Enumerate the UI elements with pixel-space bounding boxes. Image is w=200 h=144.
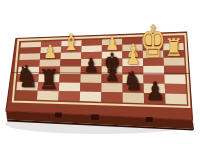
piece-black-pawn: ♟: [145, 79, 164, 105]
piece-white-rook: ♜: [165, 35, 183, 59]
piece-white-pawn: ♟: [126, 48, 140, 67]
piece-white-pawn: ♟: [44, 43, 58, 61]
piece-black-pawn: ♟: [84, 56, 98, 75]
piece-black-pawn: ♟: [105, 65, 119, 83]
piece-black-rook: ♜: [38, 65, 59, 93]
chessboard-photo: ♟♝♜♚♟♟♟♚♟♟♞♜♞♟: [0, 0, 200, 144]
piece-black-knight: ♞: [16, 62, 39, 93]
piece-white-king: ♚: [140, 19, 166, 64]
piece-black-knight: ♞: [123, 67, 143, 94]
piece-white-bishop: ♝: [63, 32, 80, 54]
pieces-layer: ♟♝♜♚♟♟♟♚♟♟♞♜♞♟: [0, 0, 200, 144]
